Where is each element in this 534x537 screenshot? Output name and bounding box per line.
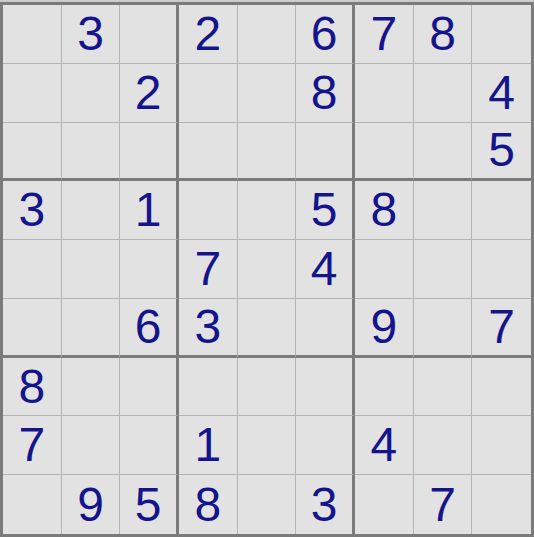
cell-r3c1[interactable] — [3, 123, 62, 182]
cell-r8c9[interactable] — [472, 416, 531, 475]
cell-r8c3[interactable] — [120, 416, 179, 475]
cell-r4c3[interactable]: 1 — [120, 181, 179, 240]
cell-r5c5[interactable] — [238, 240, 297, 299]
cell-r5c6[interactable]: 4 — [296, 240, 355, 299]
cell-r3c9[interactable]: 5 — [472, 123, 531, 182]
cell-r2c8[interactable] — [414, 64, 473, 123]
cell-r3c2[interactable] — [62, 123, 121, 182]
cell-r6c5[interactable] — [238, 299, 297, 358]
cell-r7c5[interactable] — [238, 358, 297, 417]
cell-r4c1[interactable]: 3 — [3, 181, 62, 240]
cell-r3c6[interactable] — [296, 123, 355, 182]
cell-r1c2[interactable]: 3 — [62, 5, 121, 64]
cell-r4c6[interactable]: 5 — [296, 181, 355, 240]
sudoku-board: 3267828453158746397871495837 — [0, 2, 534, 537]
cell-r6c4[interactable]: 3 — [179, 299, 238, 358]
cell-r3c8[interactable] — [414, 123, 473, 182]
cell-r6c1[interactable] — [3, 299, 62, 358]
cell-r7c6[interactable] — [296, 358, 355, 417]
cell-r7c8[interactable] — [414, 358, 473, 417]
cell-r7c1[interactable]: 8 — [3, 358, 62, 417]
cell-r5c4[interactable]: 7 — [179, 240, 238, 299]
cell-r6c9[interactable]: 7 — [472, 299, 531, 358]
cell-r9c7[interactable] — [355, 475, 414, 534]
cell-r9c3[interactable]: 5 — [120, 475, 179, 534]
cell-r5c9[interactable] — [472, 240, 531, 299]
cell-r2c3[interactable]: 2 — [120, 64, 179, 123]
cell-r2c9[interactable]: 4 — [472, 64, 531, 123]
cell-r8c4[interactable]: 1 — [179, 416, 238, 475]
cell-r9c8[interactable]: 7 — [414, 475, 473, 534]
cell-r7c3[interactable] — [120, 358, 179, 417]
cell-r4c9[interactable] — [472, 181, 531, 240]
cell-r5c7[interactable] — [355, 240, 414, 299]
cell-r6c7[interactable]: 9 — [355, 299, 414, 358]
cell-r4c8[interactable] — [414, 181, 473, 240]
cell-r1c9[interactable] — [472, 5, 531, 64]
cell-r6c3[interactable]: 6 — [120, 299, 179, 358]
cell-r9c1[interactable] — [3, 475, 62, 534]
cell-r7c4[interactable] — [179, 358, 238, 417]
cell-r1c4[interactable]: 2 — [179, 5, 238, 64]
cell-r4c4[interactable] — [179, 181, 238, 240]
cell-r1c8[interactable]: 8 — [414, 5, 473, 64]
cell-r2c2[interactable] — [62, 64, 121, 123]
cell-r5c3[interactable] — [120, 240, 179, 299]
cell-r8c7[interactable]: 4 — [355, 416, 414, 475]
cell-r3c3[interactable] — [120, 123, 179, 182]
cell-r3c7[interactable] — [355, 123, 414, 182]
cell-r9c2[interactable]: 9 — [62, 475, 121, 534]
cell-r5c8[interactable] — [414, 240, 473, 299]
cell-r6c2[interactable] — [62, 299, 121, 358]
cell-r8c5[interactable] — [238, 416, 297, 475]
cell-r9c9[interactable] — [472, 475, 531, 534]
cell-r9c5[interactable] — [238, 475, 297, 534]
cell-r7c7[interactable] — [355, 358, 414, 417]
cell-r7c9[interactable] — [472, 358, 531, 417]
cell-r4c2[interactable] — [62, 181, 121, 240]
cell-r1c1[interactable] — [3, 5, 62, 64]
cell-r6c6[interactable] — [296, 299, 355, 358]
cell-r2c5[interactable] — [238, 64, 297, 123]
cell-r9c4[interactable]: 8 — [179, 475, 238, 534]
cell-r8c2[interactable] — [62, 416, 121, 475]
cell-r1c5[interactable] — [238, 5, 297, 64]
cell-r7c2[interactable] — [62, 358, 121, 417]
cell-r1c6[interactable]: 6 — [296, 5, 355, 64]
cell-r1c7[interactable]: 7 — [355, 5, 414, 64]
cell-r5c2[interactable] — [62, 240, 121, 299]
cell-r6c8[interactable] — [414, 299, 473, 358]
cell-r3c5[interactable] — [238, 123, 297, 182]
cell-r8c1[interactable]: 7 — [3, 416, 62, 475]
cell-r8c8[interactable] — [414, 416, 473, 475]
cell-r5c1[interactable] — [3, 240, 62, 299]
cell-r2c4[interactable] — [179, 64, 238, 123]
cell-r8c6[interactable] — [296, 416, 355, 475]
cell-r2c1[interactable] — [3, 64, 62, 123]
cell-r3c4[interactable] — [179, 123, 238, 182]
cell-r1c3[interactable] — [120, 5, 179, 64]
cell-r2c6[interactable]: 8 — [296, 64, 355, 123]
cell-r4c7[interactable]: 8 — [355, 181, 414, 240]
cell-r2c7[interactable] — [355, 64, 414, 123]
cell-r4c5[interactable] — [238, 181, 297, 240]
cell-r9c6[interactable]: 3 — [296, 475, 355, 534]
